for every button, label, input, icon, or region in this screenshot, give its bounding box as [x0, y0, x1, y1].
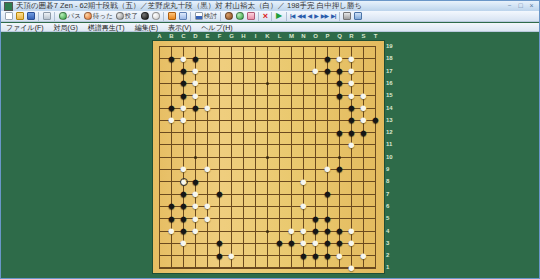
board-intersection-Q14[interactable]: [334, 102, 346, 114]
board-intersection-M2[interactable]: [286, 249, 298, 261]
nav-next10-button[interactable]: ▶▶: [320, 11, 329, 21]
board-intersection-O15[interactable]: [310, 90, 322, 102]
board-intersection-B2[interactable]: [166, 249, 178, 261]
board-intersection-L7[interactable]: [274, 188, 286, 200]
board-intersection-A5[interactable]: [154, 212, 166, 224]
board-intersection-P15[interactable]: [322, 90, 334, 102]
board-intersection-F16[interactable]: [214, 77, 226, 89]
board-intersection-B12[interactable]: [166, 126, 178, 138]
board-intersection-B10[interactable]: [166, 151, 178, 163]
board-intersection-N10[interactable]: [298, 151, 310, 163]
board-intersection-S6[interactable]: [358, 200, 370, 212]
board-intersection-K10[interactable]: [262, 151, 274, 163]
board-intersection-N8[interactable]: ●: [298, 176, 310, 188]
board-intersection-H9[interactable]: [238, 163, 250, 175]
board-intersection-C12[interactable]: [178, 126, 190, 138]
board-intersection-T13[interactable]: ●: [370, 114, 382, 126]
board-intersection-Q11[interactable]: [334, 139, 346, 151]
board-intersection-K11[interactable]: [262, 139, 274, 151]
board-intersection-S19[interactable]: [358, 40, 370, 52]
board-intersection-H14[interactable]: [238, 102, 250, 114]
count-button[interactable]: [178, 11, 188, 21]
board-intersection-H1[interactable]: [238, 262, 250, 274]
board-intersection-M7[interactable]: [286, 188, 298, 200]
board-intersection-Q9[interactable]: ●: [334, 163, 346, 175]
board-intersection-L6[interactable]: [274, 200, 286, 212]
board-intersection-T11[interactable]: [370, 139, 382, 151]
board-intersection-F18[interactable]: [214, 53, 226, 65]
board-intersection-Q15[interactable]: ●: [334, 90, 346, 102]
board-intersection-F1[interactable]: [214, 262, 226, 274]
board-intersection-F12[interactable]: [214, 126, 226, 138]
board-intersection-M11[interactable]: [286, 139, 298, 151]
board-intersection-F6[interactable]: [214, 200, 226, 212]
setup-button[interactable]: [342, 11, 352, 21]
board-intersection-A19[interactable]: [154, 40, 166, 52]
board-intersection-R9[interactable]: [346, 163, 358, 175]
board-intersection-E3[interactable]: [202, 237, 214, 249]
board-intersection-A2[interactable]: [154, 249, 166, 261]
board-intersection-K5[interactable]: [262, 212, 274, 224]
board-intersection-A7[interactable]: [154, 188, 166, 200]
board-intersection-G14[interactable]: [226, 102, 238, 114]
board-intersection-G1[interactable]: [226, 262, 238, 274]
play-button[interactable]: ▶: [275, 11, 283, 21]
board-intersection-G16[interactable]: [226, 77, 238, 89]
board-intersection-H11[interactable]: [238, 139, 250, 151]
undo-button[interactable]: 待った: [83, 11, 114, 21]
board-intersection-M3[interactable]: ●: [286, 237, 298, 249]
board-intersection-L18[interactable]: [274, 53, 286, 65]
board-intersection-F15[interactable]: [214, 90, 226, 102]
board-intersection-S17[interactable]: [358, 65, 370, 77]
board-intersection-H8[interactable]: [238, 176, 250, 188]
board-intersection-K17[interactable]: [262, 65, 274, 77]
board-intersection-E12[interactable]: [202, 126, 214, 138]
board-intersection-B9[interactable]: [166, 163, 178, 175]
board-intersection-N11[interactable]: [298, 139, 310, 151]
pass-button[interactable]: パス: [58, 11, 82, 21]
board-intersection-L5[interactable]: [274, 212, 286, 224]
moves-button[interactable]: [235, 11, 245, 21]
board-intersection-H19[interactable]: [238, 40, 250, 52]
board-intersection-P2[interactable]: ●: [322, 249, 334, 261]
board-intersection-F9[interactable]: [214, 163, 226, 175]
board-intersection-A6[interactable]: [154, 200, 166, 212]
board-intersection-G11[interactable]: [226, 139, 238, 151]
board-intersection-K18[interactable]: [262, 53, 274, 65]
board-intersection-K6[interactable]: [262, 200, 274, 212]
board-intersection-S11[interactable]: [358, 139, 370, 151]
board-intersection-D3[interactable]: [190, 237, 202, 249]
board-intersection-S2[interactable]: ●: [358, 249, 370, 261]
board-intersection-B3[interactable]: [166, 237, 178, 249]
board-intersection-F11[interactable]: [214, 139, 226, 151]
board-intersection-N14[interactable]: [298, 102, 310, 114]
board-intersection-Q12[interactable]: ●: [334, 126, 346, 138]
board-intersection-G10[interactable]: [226, 151, 238, 163]
board-intersection-K14[interactable]: [262, 102, 274, 114]
board-intersection-L10[interactable]: [274, 151, 286, 163]
board-intersection-K19[interactable]: [262, 40, 274, 52]
board-intersection-E5[interactable]: ●: [202, 212, 214, 224]
board-intersection-G9[interactable]: [226, 163, 238, 175]
board-intersection-T15[interactable]: [370, 90, 382, 102]
new-button[interactable]: [4, 11, 14, 21]
board-intersection-T12[interactable]: [370, 126, 382, 138]
board-intersection-A8[interactable]: [154, 176, 166, 188]
board-intersection-P17[interactable]: ●: [322, 65, 334, 77]
board-intersection-T6[interactable]: [370, 200, 382, 212]
board-intersection-A1[interactable]: [154, 262, 166, 274]
board-intersection-I16[interactable]: [250, 77, 262, 89]
board-intersection-D4[interactable]: ●: [190, 225, 202, 237]
board-intersection-E1[interactable]: [202, 262, 214, 274]
board-intersection-M18[interactable]: [286, 53, 298, 65]
board-intersection-M13[interactable]: [286, 114, 298, 126]
board-intersection-D12[interactable]: [190, 126, 202, 138]
minimize-button[interactable]: －: [505, 2, 514, 10]
territory-button[interactable]: [167, 11, 177, 21]
board-intersection-G4[interactable]: [226, 225, 238, 237]
board-intersection-A15[interactable]: [154, 90, 166, 102]
nav-last-button[interactable]: ▶|: [330, 11, 336, 21]
board-intersection-C2[interactable]: [178, 249, 190, 261]
menu-編集[interactable]: 編集(E): [130, 23, 163, 32]
board-intersection-O7[interactable]: [310, 188, 322, 200]
board-intersection-M14[interactable]: [286, 102, 298, 114]
board-intersection-A10[interactable]: [154, 151, 166, 163]
open-button[interactable]: [15, 11, 25, 21]
board-intersection-I15[interactable]: [250, 90, 262, 102]
board-intersection-I10[interactable]: [250, 151, 262, 163]
board-intersection-D1[interactable]: [190, 262, 202, 274]
board-intersection-L8[interactable]: [274, 176, 286, 188]
board-intersection-S10[interactable]: [358, 151, 370, 163]
board-intersection-G15[interactable]: [226, 90, 238, 102]
close-button[interactable]: ×: [527, 2, 536, 10]
board-intersection-N16[interactable]: [298, 77, 310, 89]
board-intersection-A3[interactable]: [154, 237, 166, 249]
board-intersection-G8[interactable]: [226, 176, 238, 188]
board-intersection-G13[interactable]: [226, 114, 238, 126]
board-intersection-O9[interactable]: [310, 163, 322, 175]
board-intersection-L11[interactable]: [274, 139, 286, 151]
board-intersection-I8[interactable]: [250, 176, 262, 188]
board-intersection-R8[interactable]: [346, 176, 358, 188]
board-intersection-D14[interactable]: ●: [190, 102, 202, 114]
board-intersection-N1[interactable]: [298, 262, 310, 274]
board-intersection-T16[interactable]: [370, 77, 382, 89]
board-intersection-I9[interactable]: [250, 163, 262, 175]
board-intersection-L17[interactable]: [274, 65, 286, 77]
board-intersection-F5[interactable]: [214, 212, 226, 224]
board-intersection-L16[interactable]: [274, 77, 286, 89]
board-intersection-I2[interactable]: [250, 249, 262, 261]
board-intersection-K9[interactable]: [262, 163, 274, 175]
board-intersection-G6[interactable]: [226, 200, 238, 212]
nav-next-button[interactable]: ▶: [313, 11, 319, 21]
board-intersection-M10[interactable]: [286, 151, 298, 163]
board-intersection-D10[interactable]: [190, 151, 202, 163]
board-intersection-L15[interactable]: [274, 90, 286, 102]
board-intersection-M16[interactable]: [286, 77, 298, 89]
board-intersection-N6[interactable]: ●: [298, 200, 310, 212]
menu-ファイル[interactable]: ファイル(F): [1, 23, 49, 32]
board-intersection-G19[interactable]: [226, 40, 238, 52]
board-intersection-T4[interactable]: [370, 225, 382, 237]
board-intersection-H17[interactable]: [238, 65, 250, 77]
board-intersection-A14[interactable]: [154, 102, 166, 114]
board-intersection-K13[interactable]: [262, 114, 274, 126]
board-intersection-P12[interactable]: [322, 126, 334, 138]
board-intersection-A9[interactable]: [154, 163, 166, 175]
board-intersection-C11[interactable]: [178, 139, 190, 151]
nav-first-button[interactable]: |◀: [289, 11, 295, 21]
board-intersection-I13[interactable]: [250, 114, 262, 126]
board-intersection-T8[interactable]: [370, 176, 382, 188]
board-intersection-M1[interactable]: [286, 262, 298, 274]
board-intersection-M19[interactable]: [286, 40, 298, 52]
board-intersection-O16[interactable]: [310, 77, 322, 89]
board-intersection-K4[interactable]: [262, 225, 274, 237]
board-intersection-H18[interactable]: [238, 53, 250, 65]
board-intersection-T7[interactable]: [370, 188, 382, 200]
board-intersection-A12[interactable]: [154, 126, 166, 138]
board-intersection-E8[interactable]: [202, 176, 214, 188]
board-intersection-L9[interactable]: [274, 163, 286, 175]
board-intersection-P14[interactable]: [322, 102, 334, 114]
board-intersection-E2[interactable]: [202, 249, 214, 261]
board-intersection-C3[interactable]: ●: [178, 237, 190, 249]
erase-button[interactable]: [246, 11, 256, 21]
board-intersection-F10[interactable]: [214, 151, 226, 163]
board-intersection-G7[interactable]: [226, 188, 238, 200]
board-intersection-M8[interactable]: [286, 176, 298, 188]
board-intersection-B16[interactable]: [166, 77, 178, 89]
board-intersection-C13[interactable]: ●: [178, 114, 190, 126]
board-intersection-H7[interactable]: [238, 188, 250, 200]
board-intersection-N12[interactable]: [298, 126, 310, 138]
board-intersection-H13[interactable]: [238, 114, 250, 126]
board-intersection-S8[interactable]: [358, 176, 370, 188]
menu-対局[interactable]: 対局(G): [49, 23, 83, 32]
board-intersection-H4[interactable]: [238, 225, 250, 237]
board-intersection-P9[interactable]: ●: [322, 163, 334, 175]
board-intersection-Q6[interactable]: [334, 200, 346, 212]
board-intersection-M9[interactable]: [286, 163, 298, 175]
board-intersection-O19[interactable]: [310, 40, 322, 52]
menu-表示[interactable]: 表示(V): [163, 23, 196, 32]
board-intersection-F19[interactable]: [214, 40, 226, 52]
board-intersection-O2[interactable]: ●: [310, 249, 322, 261]
board-intersection-P11[interactable]: [322, 139, 334, 151]
board-intersection-F13[interactable]: [214, 114, 226, 126]
board-intersection-I12[interactable]: [250, 126, 262, 138]
board-intersection-H5[interactable]: [238, 212, 250, 224]
hint-button[interactable]: [224, 11, 234, 21]
board-intersection-N19[interactable]: [298, 40, 310, 52]
board-intersection-I11[interactable]: [250, 139, 262, 151]
board-intersection-H6[interactable]: [238, 200, 250, 212]
board-intersection-S12[interactable]: ●: [358, 126, 370, 138]
board-intersection-Q2[interactable]: ●: [334, 249, 346, 261]
resign-button[interactable]: 投了: [115, 11, 139, 21]
maximize-button[interactable]: □: [516, 2, 525, 10]
board-intersection-S9[interactable]: [358, 163, 370, 175]
board-intersection-L14[interactable]: [274, 102, 286, 114]
board-intersection-I18[interactable]: [250, 53, 262, 65]
board-intersection-E18[interactable]: [202, 53, 214, 65]
board-intersection-O10[interactable]: [310, 151, 322, 163]
nav-prev10-button[interactable]: ◀◀: [296, 11, 305, 21]
board-intersection-K12[interactable]: [262, 126, 274, 138]
board-intersection-R10[interactable]: [346, 151, 358, 163]
board-intersection-R6[interactable]: [346, 200, 358, 212]
board-intersection-D2[interactable]: [190, 249, 202, 261]
board-intersection-O13[interactable]: [310, 114, 322, 126]
board-intersection-L19[interactable]: [274, 40, 286, 52]
board-intersection-N15[interactable]: [298, 90, 310, 102]
board-intersection-H2[interactable]: [238, 249, 250, 261]
board-intersection-H16[interactable]: [238, 77, 250, 89]
board-intersection-I6[interactable]: [250, 200, 262, 212]
board-intersection-B1[interactable]: [166, 262, 178, 274]
delete-button[interactable]: ×: [262, 11, 269, 21]
board-intersection-A11[interactable]: [154, 139, 166, 151]
board-intersection-B18[interactable]: ●: [166, 53, 178, 65]
board-intersection-A13[interactable]: [154, 114, 166, 126]
board-intersection-N17[interactable]: [298, 65, 310, 77]
board-intersection-B8[interactable]: [166, 176, 178, 188]
board-intersection-E11[interactable]: [202, 139, 214, 151]
board-intersection-P13[interactable]: [322, 114, 334, 126]
board-intersection-K2[interactable]: [262, 249, 274, 261]
board-intersection-I4[interactable]: [250, 225, 262, 237]
board-intersection-Q1[interactable]: [334, 262, 346, 274]
board-intersection-S18[interactable]: [358, 53, 370, 65]
board-intersection-O11[interactable]: [310, 139, 322, 151]
board-intersection-I14[interactable]: [250, 102, 262, 114]
board-intersection-L12[interactable]: [274, 126, 286, 138]
board-intersection-I17[interactable]: [250, 65, 262, 77]
board-intersection-K1[interactable]: [262, 262, 274, 274]
board-intersection-T3[interactable]: [370, 237, 382, 249]
board-intersection-P16[interactable]: [322, 77, 334, 89]
board-intersection-R11[interactable]: ●: [346, 139, 358, 151]
board-intersection-R3[interactable]: ●: [346, 237, 358, 249]
board-intersection-M17[interactable]: [286, 65, 298, 77]
board-intersection-Q8[interactable]: [334, 176, 346, 188]
board-intersection-O1[interactable]: [310, 262, 322, 274]
board-intersection-F14[interactable]: [214, 102, 226, 114]
board-intersection-F2[interactable]: ●: [214, 249, 226, 261]
board-intersection-P7[interactable]: ●: [322, 188, 334, 200]
board-intersection-N2[interactable]: ●: [298, 249, 310, 261]
board-intersection-I3[interactable]: [250, 237, 262, 249]
board-intersection-B11[interactable]: [166, 139, 178, 151]
board-intersection-F7[interactable]: ●: [214, 188, 226, 200]
board-intersection-K15[interactable]: [262, 90, 274, 102]
board-intersection-E4[interactable]: [202, 225, 214, 237]
board-intersection-A17[interactable]: [154, 65, 166, 77]
board-intersection-A18[interactable]: [154, 53, 166, 65]
nav-prev-button[interactable]: ◀: [307, 11, 313, 21]
board-intersection-L2[interactable]: [274, 249, 286, 261]
white-stone-button[interactable]: [151, 11, 161, 21]
board-intersection-Q7[interactable]: [334, 188, 346, 200]
board-intersection-N18[interactable]: [298, 53, 310, 65]
board-intersection-S5[interactable]: [358, 212, 370, 224]
board-intersection-L3[interactable]: ●: [274, 237, 286, 249]
board-intersection-G5[interactable]: [226, 212, 238, 224]
board-intersection-I7[interactable]: [250, 188, 262, 200]
board-intersection-S1[interactable]: [358, 262, 370, 274]
board-intersection-F17[interactable]: [214, 65, 226, 77]
board-intersection-H12[interactable]: [238, 126, 250, 138]
board-intersection-H15[interactable]: [238, 90, 250, 102]
board-intersection-A16[interactable]: [154, 77, 166, 89]
board-intersection-N13[interactable]: [298, 114, 310, 126]
board-intersection-K7[interactable]: [262, 188, 274, 200]
board-intersection-D11[interactable]: [190, 139, 202, 151]
board-intersection-T9[interactable]: [370, 163, 382, 175]
menu-ヘルプ[interactable]: ヘルプ(H): [196, 23, 237, 32]
board-intersection-I19[interactable]: [250, 40, 262, 52]
board-intersection-O17[interactable]: ●: [310, 65, 322, 77]
board-intersection-G2[interactable]: ●: [226, 249, 238, 261]
board-intersection-D13[interactable]: [190, 114, 202, 126]
board-intersection-A4[interactable]: [154, 225, 166, 237]
board-intersection-G17[interactable]: [226, 65, 238, 77]
board-intersection-K16[interactable]: [262, 77, 274, 89]
options-button[interactable]: [353, 11, 363, 21]
board-intersection-T18[interactable]: [370, 53, 382, 65]
board-intersection-G12[interactable]: [226, 126, 238, 138]
board-intersection-S7[interactable]: [358, 188, 370, 200]
board-intersection-T1[interactable]: [370, 262, 382, 274]
board-intersection-H10[interactable]: [238, 151, 250, 163]
board-intersection-R1[interactable]: ●: [346, 262, 358, 274]
board-intersection-R7[interactable]: [346, 188, 358, 200]
board-intersection-T19[interactable]: [370, 40, 382, 52]
board-intersection-M12[interactable]: [286, 126, 298, 138]
board-intersection-L13[interactable]: [274, 114, 286, 126]
board-intersection-T10[interactable]: [370, 151, 382, 163]
board-intersection-O8[interactable]: [310, 176, 322, 188]
board-intersection-P1[interactable]: [322, 262, 334, 274]
board-intersection-E17[interactable]: [202, 65, 214, 77]
board-intersection-E9[interactable]: ●: [202, 163, 214, 175]
board-intersection-O14[interactable]: [310, 102, 322, 114]
board-intersection-H3[interactable]: [238, 237, 250, 249]
analyze-button[interactable]: 検討: [194, 11, 218, 21]
print-button[interactable]: [42, 11, 52, 21]
board-intersection-I1[interactable]: [250, 262, 262, 274]
board-intersection-G18[interactable]: [226, 53, 238, 65]
board-intersection-E14[interactable]: ●: [202, 102, 214, 114]
board-intersection-S4[interactable]: [358, 225, 370, 237]
board-intersection-K3[interactable]: [262, 237, 274, 249]
board-intersection-B13[interactable]: ●: [166, 114, 178, 126]
board-intersection-B17[interactable]: [166, 65, 178, 77]
board-intersection-E19[interactable]: [202, 40, 214, 52]
board-intersection-T2[interactable]: [370, 249, 382, 261]
board-intersection-M15[interactable]: [286, 90, 298, 102]
board-intersection-I5[interactable]: [250, 212, 262, 224]
board-intersection-C1[interactable]: [178, 262, 190, 274]
board-intersection-E16[interactable]: [202, 77, 214, 89]
